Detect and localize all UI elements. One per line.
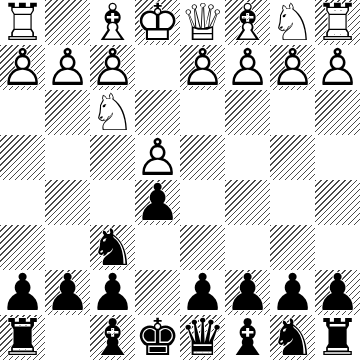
piece-fill-wP: ♟ (315, 45, 360, 90)
square-c5[interactable] (225, 180, 270, 225)
square-g6[interactable] (45, 225, 90, 270)
piece-bN: ♞ (270, 315, 315, 360)
square-f6[interactable]: ♞♞ (90, 225, 135, 270)
square-e2[interactable] (135, 45, 180, 90)
square-d3[interactable] (180, 90, 225, 135)
square-b2[interactable]: ♟♙ (270, 45, 315, 90)
piece-bB: ♝ (225, 315, 270, 360)
piece-fill-wP: ♟ (45, 45, 90, 90)
piece-bP: ♟ (270, 270, 315, 315)
piece-fill-bP: ♟ (270, 270, 315, 315)
piece-fill-wP: ♟ (135, 135, 180, 180)
piece-bB: ♝ (90, 315, 135, 360)
square-e1[interactable]: ♚♔ (135, 0, 180, 45)
piece-wP: ♙ (135, 135, 180, 180)
piece-wB: ♗ (225, 0, 270, 45)
piece-fill-bP: ♟ (180, 270, 225, 315)
piece-wN: ♘ (270, 0, 315, 45)
square-c7[interactable]: ♟♟ (225, 270, 270, 315)
square-a5[interactable] (315, 180, 360, 225)
piece-fill-wP: ♟ (90, 45, 135, 90)
piece-fill-wQ: ♛ (180, 0, 225, 45)
square-e3[interactable] (135, 90, 180, 135)
piece-bQ: ♛ (180, 315, 225, 360)
square-h6[interactable] (0, 225, 45, 270)
piece-wQ: ♕ (180, 0, 225, 45)
square-f3[interactable]: ♞♘ (90, 90, 135, 135)
square-e7[interactable] (135, 270, 180, 315)
piece-wP: ♙ (180, 45, 225, 90)
square-b8[interactable]: ♞♞ (270, 315, 315, 360)
piece-wR: ♖ (0, 0, 45, 45)
square-h2[interactable]: ♟♙ (0, 45, 45, 90)
piece-wR: ♖ (315, 0, 360, 45)
piece-fill-bB: ♝ (90, 315, 135, 360)
square-c2[interactable]: ♟♙ (225, 45, 270, 90)
piece-bP: ♟ (315, 270, 360, 315)
piece-fill-bP: ♟ (90, 270, 135, 315)
square-g4[interactable] (45, 135, 90, 180)
piece-fill-bB: ♝ (225, 315, 270, 360)
square-g1[interactable] (45, 0, 90, 45)
square-h7[interactable]: ♟♟ (0, 270, 45, 315)
piece-wN: ♘ (90, 90, 135, 135)
square-c1[interactable]: ♝♗ (225, 0, 270, 45)
piece-wP: ♙ (90, 45, 135, 90)
piece-bK: ♚ (135, 315, 180, 360)
square-e4[interactable]: ♟♙ (135, 135, 180, 180)
piece-fill-bQ: ♛ (180, 315, 225, 360)
square-a4[interactable] (315, 135, 360, 180)
square-c8[interactable]: ♝♝ (225, 315, 270, 360)
piece-fill-bP: ♟ (315, 270, 360, 315)
piece-wP: ♙ (270, 45, 315, 90)
square-g7[interactable]: ♟♟ (45, 270, 90, 315)
square-e6[interactable] (135, 225, 180, 270)
square-a3[interactable] (315, 90, 360, 135)
square-f7[interactable]: ♟♟ (90, 270, 135, 315)
piece-bP: ♟ (45, 270, 90, 315)
piece-fill-wB: ♝ (90, 0, 135, 45)
piece-bR: ♜ (0, 315, 45, 360)
square-a1[interactable]: ♜♖ (315, 0, 360, 45)
square-g8[interactable] (45, 315, 90, 360)
square-c6[interactable] (225, 225, 270, 270)
piece-fill-bR: ♜ (315, 315, 360, 360)
square-h5[interactable] (0, 180, 45, 225)
square-b1[interactable]: ♞♘ (270, 0, 315, 45)
square-b6[interactable] (270, 225, 315, 270)
piece-fill-wP: ♟ (0, 45, 45, 90)
square-c4[interactable] (225, 135, 270, 180)
square-d8[interactable]: ♛♛ (180, 315, 225, 360)
square-h8[interactable]: ♜♜ (0, 315, 45, 360)
piece-wP: ♙ (315, 45, 360, 90)
square-b5[interactable] (270, 180, 315, 225)
square-f4[interactable] (90, 135, 135, 180)
piece-fill-bR: ♜ (0, 315, 45, 360)
square-h3[interactable] (0, 90, 45, 135)
piece-fill-bN: ♞ (270, 315, 315, 360)
piece-fill-wN: ♞ (270, 0, 315, 45)
piece-fill-wP: ♟ (225, 45, 270, 90)
square-a7[interactable]: ♟♟ (315, 270, 360, 315)
square-b4[interactable] (270, 135, 315, 180)
square-h1[interactable]: ♜♖ (0, 0, 45, 45)
piece-bP: ♟ (90, 270, 135, 315)
piece-bP: ♟ (135, 180, 180, 225)
piece-fill-wR: ♜ (0, 0, 45, 45)
square-d1[interactable]: ♛♕ (180, 0, 225, 45)
piece-bR: ♜ (315, 315, 360, 360)
piece-bP: ♟ (0, 270, 45, 315)
square-g5[interactable] (45, 180, 90, 225)
piece-bN: ♞ (90, 225, 135, 270)
square-d6[interactable] (180, 225, 225, 270)
piece-wP: ♙ (225, 45, 270, 90)
chess-board: ♜♖♝♗♚♔♛♕♝♗♞♘♜♖♟♙♟♙♟♙♟♙♟♙♟♙♟♙♞♘♟♙♟♟♞♞♟♟♟♟… (0, 0, 360, 360)
piece-bP: ♟ (225, 270, 270, 315)
square-a6[interactable] (315, 225, 360, 270)
square-f8[interactable]: ♝♝ (90, 315, 135, 360)
piece-fill-bP: ♟ (45, 270, 90, 315)
square-e8[interactable]: ♚♚ (135, 315, 180, 360)
piece-fill-bP: ♟ (0, 270, 45, 315)
piece-bP: ♟ (180, 270, 225, 315)
piece-wP: ♙ (0, 45, 45, 90)
piece-fill-wP: ♟ (270, 45, 315, 90)
piece-wK: ♔ (135, 0, 180, 45)
square-e5[interactable]: ♟♟ (135, 180, 180, 225)
square-d7[interactable]: ♟♟ (180, 270, 225, 315)
square-f1[interactable]: ♝♗ (90, 0, 135, 45)
square-g2[interactable]: ♟♙ (45, 45, 90, 90)
square-a2[interactable]: ♟♙ (315, 45, 360, 90)
piece-wB: ♗ (90, 0, 135, 45)
piece-fill-bP: ♟ (135, 180, 180, 225)
piece-fill-wN: ♞ (90, 90, 135, 135)
square-d5[interactable] (180, 180, 225, 225)
piece-fill-wB: ♝ (225, 0, 270, 45)
piece-fill-bN: ♞ (90, 225, 135, 270)
square-g3[interactable] (45, 90, 90, 135)
piece-fill-bK: ♚ (135, 315, 180, 360)
square-d4[interactable] (180, 135, 225, 180)
piece-wP: ♙ (45, 45, 90, 90)
piece-fill-bP: ♟ (225, 270, 270, 315)
square-h4[interactable] (0, 135, 45, 180)
square-a8[interactable]: ♜♜ (315, 315, 360, 360)
square-c3[interactable] (225, 90, 270, 135)
piece-fill-wK: ♚ (135, 0, 180, 45)
square-f5[interactable] (90, 180, 135, 225)
square-b3[interactable] (270, 90, 315, 135)
piece-fill-wP: ♟ (180, 45, 225, 90)
square-f2[interactable]: ♟♙ (90, 45, 135, 90)
square-d2[interactable]: ♟♙ (180, 45, 225, 90)
square-b7[interactable]: ♟♟ (270, 270, 315, 315)
piece-fill-wR: ♜ (315, 0, 360, 45)
